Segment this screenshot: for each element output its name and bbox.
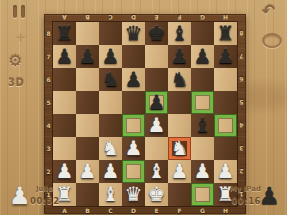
piece-white-pawn[interactable]: ♟ [79, 161, 97, 181]
square-g1[interactable] [191, 183, 214, 206]
square-c1[interactable]: ♝ [99, 183, 122, 206]
square-g5[interactable] [191, 91, 214, 114]
square-f7[interactable]: ♟ [168, 45, 191, 68]
file-label-bottom-a: A [53, 206, 76, 214]
square-h3[interactable] [214, 137, 237, 160]
rank-label-left-5: 5 [44, 91, 53, 114]
rank-label-left-4: 4 [44, 114, 53, 137]
piece-white-pawn[interactable]: ♟ [217, 161, 235, 181]
black-player-name: My iPad [230, 185, 261, 193]
square-b3[interactable] [76, 137, 99, 160]
square-c8[interactable] [99, 22, 122, 45]
square-a8[interactable]: ♜ [53, 22, 76, 45]
white-player-name: Julio [36, 185, 53, 193]
piece-white-pawn[interactable]: ♟ [148, 115, 166, 135]
square-f1[interactable] [168, 183, 191, 206]
piece-white-bishop[interactable]: ♝ [102, 184, 120, 204]
piece-white-knight[interactable]: ♞ [102, 138, 120, 158]
square-e5[interactable]: ♟ [145, 91, 168, 114]
piece-black-pawn[interactable]: ♟ [194, 46, 212, 66]
piece-black-pawn[interactable]: ♟ [171, 46, 189, 66]
square-c6[interactable]: ♞ [99, 68, 122, 91]
square-g8[interactable] [191, 22, 214, 45]
square-b2[interactable]: ♟ [76, 160, 99, 183]
square-c5[interactable] [99, 91, 122, 114]
square-f2[interactable]: ♟ [168, 160, 191, 183]
square-c4[interactable] [99, 114, 122, 137]
square-b6[interactable] [76, 68, 99, 91]
piece-white-bishop[interactable]: ♝ [148, 161, 166, 181]
square-d4[interactable] [122, 114, 145, 137]
square-c2[interactable]: ♟ [99, 160, 122, 183]
file-label-bottom-f: F [168, 206, 191, 214]
rank-labels-right: 87654321 [237, 22, 246, 206]
rank-label-right-2: 2 [237, 160, 246, 183]
square-h7[interactable]: ♟ [214, 45, 237, 68]
piece-black-pawn[interactable]: ♟ [148, 92, 166, 112]
square-d8[interactable]: ♛ [122, 22, 145, 45]
plus-icon[interactable]: + [15, 30, 26, 45]
undo-arrow-icon[interactable]: ↶ [261, 0, 277, 21]
file-labels-bottom: ABCDEFGH [53, 206, 237, 214]
square-e1[interactable]: ♚ [145, 183, 168, 206]
piece-black-knight[interactable]: ♞ [102, 69, 120, 89]
square-b1[interactable] [76, 183, 99, 206]
wood-knot-decoration [262, 33, 282, 48]
piece-white-knight[interactable]: ♞ [171, 138, 189, 158]
square-b8[interactable] [76, 22, 99, 45]
rank-labels-left: 87654321 [44, 22, 53, 206]
piece-white-pawn[interactable]: ♟ [56, 161, 74, 181]
square-g2[interactable]: ♟ [191, 160, 214, 183]
piece-white-queen[interactable]: ♛ [125, 184, 143, 204]
square-a7[interactable]: ♟ [53, 45, 76, 68]
app-background: + ⚙ 3D ↶ ABCDEFGH ABCDEFGH 87654321 8765… [0, 0, 287, 215]
piece-black-pawn[interactable]: ♟ [217, 46, 235, 66]
pause-bar [13, 5, 17, 18]
square-e4[interactable]: ♟ [145, 114, 168, 137]
rank-label-left-8: 8 [44, 22, 53, 45]
rank-label-left-2: 2 [44, 160, 53, 183]
square-a3[interactable] [53, 137, 76, 160]
square-f4[interactable] [168, 114, 191, 137]
file-label-bottom-h: H [214, 206, 237, 214]
gear-icon[interactable]: ⚙ [8, 51, 22, 70]
square-a2[interactable]: ♟ [53, 160, 76, 183]
black-pawn-icon: ♟ [258, 184, 280, 208]
rank-label-left-3: 3 [44, 137, 53, 160]
square-d3[interactable]: ♟ [122, 137, 145, 160]
square-a4[interactable] [53, 114, 76, 137]
square-d1[interactable]: ♛ [122, 183, 145, 206]
view-3d-button[interactable]: 3D [8, 77, 24, 88]
square-d2[interactable] [122, 160, 145, 183]
square-c7[interactable]: ♟ [99, 45, 122, 68]
piece-black-pawn[interactable]: ♟ [56, 46, 74, 66]
square-b5[interactable] [76, 91, 99, 114]
square-e8[interactable]: ♚ [145, 22, 168, 45]
rank-label-right-6: 6 [237, 68, 246, 91]
square-b7[interactable]: ♟ [76, 45, 99, 68]
square-h2[interactable]: ♟ [214, 160, 237, 183]
rank-label-left-7: 7 [44, 45, 53, 68]
file-label-bottom-e: E [145, 206, 168, 214]
square-g6[interactable] [191, 68, 214, 91]
square-h6[interactable] [214, 68, 237, 91]
pause-icon[interactable] [13, 5, 29, 18]
square-b4[interactable] [76, 114, 99, 137]
piece-black-rook[interactable]: ♜ [56, 23, 74, 43]
file-labels-top: ABCDEFGH [53, 14, 237, 22]
square-d5[interactable] [122, 91, 145, 114]
file-label-bottom-b: B [76, 206, 99, 214]
square-e6[interactable] [145, 68, 168, 91]
board-frame: ABCDEFGH ABCDEFGH 87654321 87654321 ♜♛♚♝… [44, 14, 246, 214]
piece-black-knight[interactable]: ♞ [171, 69, 189, 89]
file-label-top-g: G [191, 14, 214, 22]
rank-label-right-7: 7 [237, 45, 246, 68]
square-c3[interactable]: ♞ [99, 137, 122, 160]
piece-white-king[interactable]: ♚ [148, 184, 166, 204]
square-e3[interactable] [145, 137, 168, 160]
file-label-top-b: B [76, 14, 99, 22]
piece-white-pawn[interactable]: ♟ [171, 161, 189, 181]
square-g7[interactable]: ♟ [191, 45, 214, 68]
square-h4[interactable] [214, 114, 237, 137]
piece-white-pawn[interactable]: ♟ [125, 138, 143, 158]
square-e7[interactable] [145, 45, 168, 68]
rank-label-right-4: 4 [237, 114, 246, 137]
white-player-clock: 00:52 [30, 196, 60, 206]
square-d6[interactable]: ♟ [122, 68, 145, 91]
piece-black-pawn[interactable]: ♟ [79, 46, 97, 66]
piece-black-pawn[interactable]: ♟ [125, 69, 143, 89]
black-player-clock: 00:16 [231, 196, 261, 206]
file-label-top-c: C [99, 14, 122, 22]
square-h5[interactable] [214, 91, 237, 114]
piece-white-pawn[interactable]: ♟ [102, 161, 120, 181]
square-f6[interactable]: ♞ [168, 68, 191, 91]
piece-black-bishop[interactable]: ♝ [194, 115, 212, 135]
rank-label-right-3: 3 [237, 137, 246, 160]
file-label-bottom-g: G [191, 206, 214, 214]
piece-black-pawn[interactable]: ♟ [102, 46, 120, 66]
square-g4[interactable]: ♝ [191, 114, 214, 137]
file-label-bottom-c: C [99, 206, 122, 214]
file-label-bottom-d: D [122, 206, 145, 214]
square-e2[interactable]: ♝ [145, 160, 168, 183]
square-f5[interactable] [168, 91, 191, 114]
rank-label-left-6: 6 [44, 68, 53, 91]
piece-black-queen[interactable]: ♛ [125, 23, 143, 43]
white-pawn-icon: ♟ [9, 184, 31, 208]
square-f3[interactable]: ♞ [168, 137, 191, 160]
rank-label-right-5: 5 [237, 91, 246, 114]
chess-board: ♜♛♚♝♜♟♟♟♟♟♟♞♟♞♟♟♝♞♟♞♟♟♟♝♟♟♟♜♝♛♚♜ [53, 22, 237, 206]
pause-bar [21, 5, 25, 18]
square-a5[interactable] [53, 91, 76, 114]
piece-black-bishop[interactable]: ♝ [171, 23, 189, 43]
piece-white-pawn[interactable]: ♟ [194, 161, 212, 181]
square-d7[interactable] [122, 45, 145, 68]
square-g3[interactable] [191, 137, 214, 160]
rank-label-right-8: 8 [237, 22, 246, 45]
square-a6[interactable] [53, 68, 76, 91]
square-f8[interactable]: ♝ [168, 22, 191, 45]
square-h8[interactable]: ♜ [214, 22, 237, 45]
piece-black-rook[interactable]: ♜ [217, 23, 235, 43]
piece-black-king[interactable]: ♚ [148, 23, 166, 43]
